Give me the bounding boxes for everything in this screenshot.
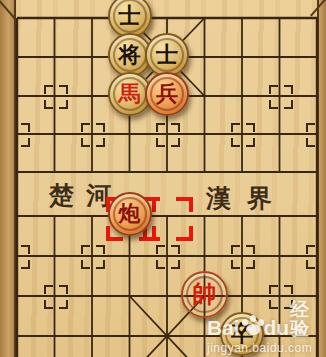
river-char: 楚 bbox=[49, 181, 74, 211]
star-point-marker bbox=[81, 123, 105, 147]
river-char: 界 bbox=[247, 184, 272, 214]
star-point-marker bbox=[306, 123, 326, 147]
star-point-marker bbox=[156, 123, 180, 147]
star-point-marker bbox=[44, 285, 68, 309]
star-point-marker bbox=[44, 85, 68, 109]
river-label-left: 楚 河 bbox=[49, 181, 111, 211]
baidu-paw-icon bbox=[242, 315, 262, 337]
watermark-brand-left: Bai bbox=[207, 317, 240, 338]
star-point-marker bbox=[306, 245, 326, 269]
star-point-marker bbox=[156, 245, 180, 269]
watermark-brand-suffix: 经验 bbox=[290, 300, 326, 338]
star-point-marker bbox=[6, 123, 30, 147]
piece-black-black-advisor[interactable]: 士 bbox=[145, 33, 189, 77]
watermark-url: jingyan.baidu.com bbox=[207, 341, 326, 355]
star-point-marker bbox=[81, 245, 105, 269]
piece-red-red-cannon[interactable]: 炮 bbox=[108, 192, 152, 236]
river-label-right: 漢 界 bbox=[206, 184, 272, 214]
river-char: 漢 bbox=[206, 184, 231, 214]
watermark-brand-right: du bbox=[263, 317, 289, 338]
star-point-marker bbox=[231, 123, 255, 147]
baidu-jingyan-watermark: Bai du 经验 jingyan.baidu.com bbox=[207, 300, 326, 355]
star-point-marker bbox=[231, 245, 255, 269]
star-point-marker bbox=[6, 245, 30, 269]
piece-red-red-soldier[interactable]: 兵 bbox=[145, 72, 189, 116]
xiangqi-board[interactable]: 士将士馬兵炮帥卒 楚 河 漢 界 Bai du 经验 jingyan.baidu… bbox=[0, 0, 326, 357]
star-point-marker bbox=[269, 85, 293, 109]
